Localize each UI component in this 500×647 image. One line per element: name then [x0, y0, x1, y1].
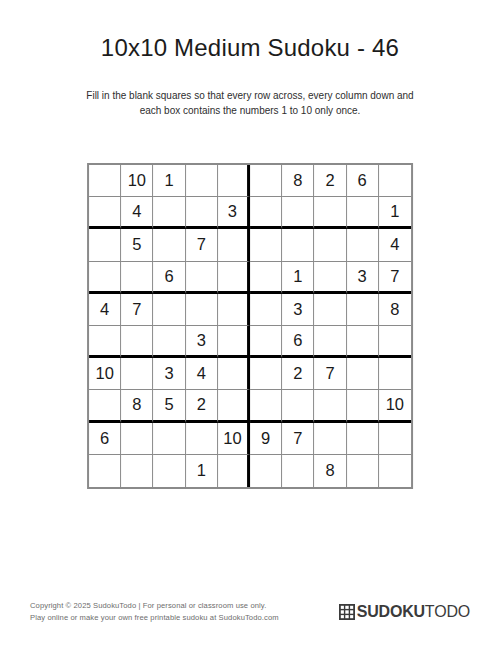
cell-r6c8-empty: [314, 326, 346, 358]
cell-r2c4-empty: [186, 197, 218, 229]
cell-r6c10-empty: [379, 326, 411, 358]
cell-r6c4-given: 3: [186, 326, 218, 358]
cell-r10c1-empty: [89, 455, 121, 487]
cell-r8c2-given: 8: [121, 390, 153, 422]
copyright-line-1: Copyright © 2025 SudokuTodo | For person…: [30, 600, 279, 612]
cell-r8c6-empty: [250, 390, 282, 422]
cell-r1c9-given: 6: [347, 165, 379, 197]
cell-r10c4-given: 1: [186, 455, 218, 487]
cell-r10c2-empty: [121, 455, 153, 487]
cell-r10c3-empty: [153, 455, 185, 487]
cell-r2c5-given: 3: [218, 197, 250, 229]
cell-r4c5-empty: [218, 262, 250, 294]
cell-r1c2-given: 10: [121, 165, 153, 197]
cell-r3c3-empty: [153, 229, 185, 261]
copyright-line-2: Play online or make your own free printa…: [30, 612, 279, 624]
cell-r1c4-empty: [186, 165, 218, 197]
cell-r6c6-empty: [250, 326, 282, 358]
logo-text-todo: TODO: [425, 603, 470, 620]
cell-r9c5-given: 10: [218, 423, 250, 455]
cell-r6c1-empty: [89, 326, 121, 358]
cell-r5c6-empty: [250, 294, 282, 326]
cell-r10c5-empty: [218, 455, 250, 487]
cell-r10c10-empty: [379, 455, 411, 487]
sudoku-grid: 1018264315746137473836103427852106109718: [87, 163, 413, 489]
cell-r5c9-empty: [347, 294, 379, 326]
cell-r5c3-empty: [153, 294, 185, 326]
cell-r6c2-empty: [121, 326, 153, 358]
cell-r8c9-empty: [347, 390, 379, 422]
cell-r6c3-empty: [153, 326, 185, 358]
cell-r1c1-empty: [89, 165, 121, 197]
cell-r1c5-empty: [218, 165, 250, 197]
cell-r9c4-empty: [186, 423, 218, 455]
cell-r9c10-empty: [379, 423, 411, 455]
cell-r2c2-given: 4: [121, 197, 153, 229]
cell-r4c7-given: 1: [282, 262, 314, 294]
cell-r7c5-empty: [218, 358, 250, 390]
cell-r5c4-empty: [186, 294, 218, 326]
cell-r2c6-empty: [250, 197, 282, 229]
cell-r5c5-empty: [218, 294, 250, 326]
cell-r2c1-empty: [89, 197, 121, 229]
cell-r5c2-given: 7: [121, 294, 153, 326]
cell-r3c7-empty: [282, 229, 314, 261]
cell-r2c7-empty: [282, 197, 314, 229]
cell-r3c10-given: 4: [379, 229, 411, 261]
cell-r9c3-empty: [153, 423, 185, 455]
cell-r7c7-given: 2: [282, 358, 314, 390]
cell-r4c3-given: 6: [153, 262, 185, 294]
cell-r2c3-empty: [153, 197, 185, 229]
cell-r8c8-empty: [314, 390, 346, 422]
cell-r7c9-empty: [347, 358, 379, 390]
cell-r3c5-empty: [218, 229, 250, 261]
cell-r1c8-given: 2: [314, 165, 346, 197]
instructions: Fill in the blank squares so that every …: [0, 89, 500, 118]
cell-r9c6-given: 9: [250, 423, 282, 455]
cell-r7c4-given: 4: [186, 358, 218, 390]
cell-r8c1-empty: [89, 390, 121, 422]
instructions-line-2: each box contains the numbers 1 to 10 on…: [0, 104, 500, 119]
cell-r1c6-empty: [250, 165, 282, 197]
cell-r1c3-given: 1: [153, 165, 185, 197]
page-title: 10x10 Medium Sudoku - 46: [0, 0, 500, 62]
cell-r3c8-empty: [314, 229, 346, 261]
cell-r3c1-empty: [89, 229, 121, 261]
footer: Copyright © 2025 SudokuTodo | For person…: [30, 600, 470, 623]
cell-r6c5-empty: [218, 326, 250, 358]
cell-r8c10-given: 10: [379, 390, 411, 422]
instructions-line-1: Fill in the blank squares so that every …: [0, 89, 500, 104]
cell-r8c4-given: 2: [186, 390, 218, 422]
cell-r3c4-given: 7: [186, 229, 218, 261]
cell-r7c3-given: 3: [153, 358, 185, 390]
cell-r10c8-given: 8: [314, 455, 346, 487]
cell-r9c8-empty: [314, 423, 346, 455]
cell-r8c7-empty: [282, 390, 314, 422]
cell-r2c9-empty: [347, 197, 379, 229]
copyright-text: Copyright © 2025 SudokuTodo | For person…: [30, 600, 279, 623]
cell-r5c7-given: 3: [282, 294, 314, 326]
cell-r4c1-empty: [89, 262, 121, 294]
cell-r7c2-empty: [121, 358, 153, 390]
cell-r7c8-given: 7: [314, 358, 346, 390]
cell-r9c2-empty: [121, 423, 153, 455]
cell-r7c10-empty: [379, 358, 411, 390]
cell-r4c4-empty: [186, 262, 218, 294]
cell-r6c7-given: 6: [282, 326, 314, 358]
cell-r3c6-empty: [250, 229, 282, 261]
cell-r3c9-empty: [347, 229, 379, 261]
logo-wordmark: SUDOKUTODO: [357, 603, 470, 621]
cell-r2c8-empty: [314, 197, 346, 229]
cell-r9c9-empty: [347, 423, 379, 455]
cell-r4c9-given: 3: [347, 262, 379, 294]
cell-r10c7-empty: [282, 455, 314, 487]
cell-r7c1-given: 10: [89, 358, 121, 390]
cell-r3c2-given: 5: [121, 229, 153, 261]
cell-r2c10-given: 1: [379, 197, 411, 229]
cell-r5c1-given: 4: [89, 294, 121, 326]
cell-r9c7-given: 7: [282, 423, 314, 455]
cell-r5c8-empty: [314, 294, 346, 326]
cell-r8c3-given: 5: [153, 390, 185, 422]
cell-r10c9-empty: [347, 455, 379, 487]
sudoku-grid-icon: [339, 604, 355, 620]
cell-r4c8-empty: [314, 262, 346, 294]
cell-r8c5-empty: [218, 390, 250, 422]
cell-r1c7-given: 8: [282, 165, 314, 197]
cell-r7c6-empty: [250, 358, 282, 390]
cell-r10c6-empty: [250, 455, 282, 487]
cell-r9c1-given: 6: [89, 423, 121, 455]
cell-r4c6-empty: [250, 262, 282, 294]
printable-sudoku-page: 10x10 Medium Sudoku - 46 Fill in the bla…: [0, 0, 500, 647]
cell-r1c10-empty: [379, 165, 411, 197]
cell-r4c2-empty: [121, 262, 153, 294]
logo-text-sudoku: SUDOKU: [357, 603, 425, 620]
cell-r5c10-given: 8: [379, 294, 411, 326]
cell-r4c10-given: 7: [379, 262, 411, 294]
cell-r6c9-empty: [347, 326, 379, 358]
sudokutodo-logo: SUDOKUTODO: [339, 603, 470, 621]
